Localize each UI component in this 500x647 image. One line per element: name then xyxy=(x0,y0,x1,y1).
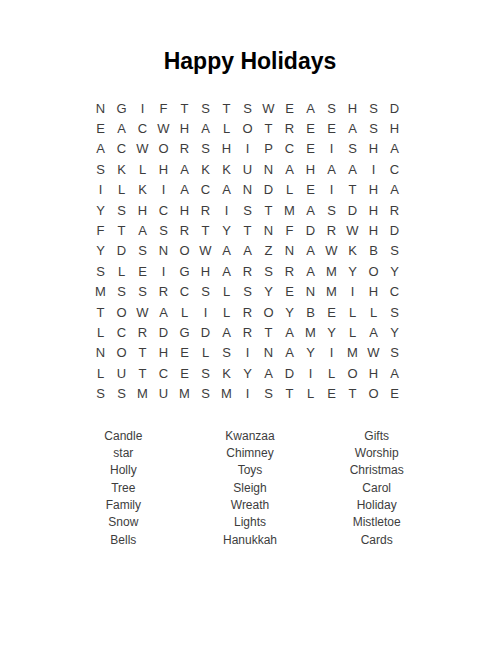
grid-cell-r4c15: C xyxy=(384,159,405,179)
grid-cell-r9c1: S xyxy=(90,261,111,281)
word-list-item: Holly xyxy=(60,462,187,479)
grid-cell-r7c6: T xyxy=(195,220,216,240)
grid-cell-r7c4: S xyxy=(153,220,174,240)
grid-cell-r11c9: O xyxy=(258,302,279,322)
grid-cell-r15c14: O xyxy=(363,383,384,403)
grid-cell-r11c7: L xyxy=(216,302,237,322)
grid-cell-r2c13: A xyxy=(342,118,363,138)
grid-cell-r3c6: S xyxy=(195,139,216,159)
grid-cell-r13c6: L xyxy=(195,343,216,363)
grid-cell-r3c8: I xyxy=(237,139,258,159)
grid-cell-r8c8: A xyxy=(237,241,258,261)
grid-cell-r6c12: S xyxy=(321,200,342,220)
grid-cell-r8c3: S xyxy=(132,241,153,261)
grid-cell-r7c5: R xyxy=(174,220,195,240)
grid-cell-r6c2: S xyxy=(111,200,132,220)
grid-cell-r11c4: A xyxy=(153,302,174,322)
grid-cell-r14c6: S xyxy=(195,363,216,383)
word-list-item: Toys xyxy=(187,462,314,479)
grid-cell-r14c1: L xyxy=(90,363,111,383)
grid-cell-r1c15: D xyxy=(384,98,405,118)
grid-cell-r10c13: I xyxy=(342,282,363,302)
grid-cell-r9c8: R xyxy=(237,261,258,281)
grid-cell-r15c7: M xyxy=(216,383,237,403)
grid-cell-r9c6: H xyxy=(195,261,216,281)
grid-cell-r12c3: R xyxy=(132,322,153,342)
grid-cell-r4c4: H xyxy=(153,159,174,179)
grid-cell-r7c7: Y xyxy=(216,220,237,240)
grid-cell-r2c5: H xyxy=(174,118,195,138)
grid-cell-r2c9: T xyxy=(258,118,279,138)
word-list-item: Chimney xyxy=(187,445,314,462)
grid-cell-r7c1: F xyxy=(90,220,111,240)
grid-cell-r1c13: H xyxy=(342,98,363,118)
grid-cell-r3c12: I xyxy=(321,139,342,159)
grid-cell-r5c10: L xyxy=(279,180,300,200)
word-list-item: Gifts xyxy=(313,428,440,445)
grid-cell-r15c6: S xyxy=(195,383,216,403)
grid-cell-r6c1: Y xyxy=(90,200,111,220)
grid-cell-r4c1: S xyxy=(90,159,111,179)
grid-cell-r11c5: L xyxy=(174,302,195,322)
grid-cell-r13c2: O xyxy=(111,343,132,363)
grid-cell-r3c13: S xyxy=(342,139,363,159)
grid-cell-r8c12: W xyxy=(321,241,342,261)
grid-cell-r13c11: Y xyxy=(300,343,321,363)
grid-cell-r15c9: S xyxy=(258,383,279,403)
grid-cell-r1c1: N xyxy=(90,98,111,118)
grid-cell-r2c14: S xyxy=(363,118,384,138)
grid-cell-r2c7: L xyxy=(216,118,237,138)
grid-cell-r8c5: O xyxy=(174,241,195,261)
grid-cell-r12c9: T xyxy=(258,322,279,342)
grid-cell-r6c6: R xyxy=(195,200,216,220)
grid-cell-r9c5: G xyxy=(174,261,195,281)
grid-cell-r12c10: A xyxy=(279,322,300,342)
grid-cell-r6c3: H xyxy=(132,200,153,220)
grid-cell-r9c15: Y xyxy=(384,261,405,281)
grid-cell-r10c14: H xyxy=(363,282,384,302)
grid-cell-r1c3: I xyxy=(132,98,153,118)
word-list-item: Hanukkah xyxy=(187,532,314,549)
grid-cell-r9c2: L xyxy=(111,261,132,281)
grid-cell-r14c10: D xyxy=(279,363,300,383)
grid-cell-r5c3: K xyxy=(132,180,153,200)
word-list-item: Christmas xyxy=(313,462,440,479)
grid-cell-r12c2: C xyxy=(111,322,132,342)
grid-cell-r14c8: Y xyxy=(237,363,258,383)
grid-cell-r7c8: T xyxy=(237,220,258,240)
word-list-item: Carol xyxy=(313,480,440,497)
grid-cell-r8c13: K xyxy=(342,241,363,261)
grid-cell-r6c15: R xyxy=(384,200,405,220)
grid-cell-r13c10: A xyxy=(279,343,300,363)
grid-cell-r11c15: S xyxy=(384,302,405,322)
word-list-item: star xyxy=(60,445,187,462)
grid-cell-r14c13: O xyxy=(342,363,363,383)
grid-cell-r9c14: O xyxy=(363,261,384,281)
word-list-item: Lights xyxy=(187,514,314,531)
grid-cell-r4c6: K xyxy=(195,159,216,179)
grid-cell-r8c14: B xyxy=(363,241,384,261)
grid-cell-r3c5: R xyxy=(174,139,195,159)
grid-cell-r12c5: G xyxy=(174,322,195,342)
grid-cell-r5c12: I xyxy=(321,180,342,200)
grid-cell-r13c1: N xyxy=(90,343,111,363)
grid-cell-r15c11: L xyxy=(300,383,321,403)
grid-cell-r12c6: D xyxy=(195,322,216,342)
grid-cell-r15c4: U xyxy=(153,383,174,403)
grid-cell-r14c15: A xyxy=(384,363,405,383)
grid-cell-r11c13: L xyxy=(342,302,363,322)
grid-cell-r8c9: Z xyxy=(258,241,279,261)
grid-cell-r3c1: A xyxy=(90,139,111,159)
grid-cell-r1c6: S xyxy=(195,98,216,118)
grid-cell-r5c6: C xyxy=(195,180,216,200)
grid-cell-r15c12: E xyxy=(321,383,342,403)
grid-cell-r12c13: L xyxy=(342,322,363,342)
grid-cell-r1c12: S xyxy=(321,98,342,118)
grid-cell-r8c4: N xyxy=(153,241,174,261)
grid-cell-r5c15: A xyxy=(384,180,405,200)
word-list-item: Tree xyxy=(60,480,187,497)
grid-cell-r5c14: H xyxy=(363,180,384,200)
grid-cell-r11c14: L xyxy=(363,302,384,322)
grid-cell-r2c2: A xyxy=(111,118,132,138)
grid-cell-r11c6: I xyxy=(195,302,216,322)
grid-cell-r10c1: M xyxy=(90,282,111,302)
word-list-column-2: KwanzaaChimneyToysSleighWreathLightsHanu… xyxy=(187,428,314,549)
grid-cell-r10c6: S xyxy=(195,282,216,302)
grid-cell-r7c9: N xyxy=(258,220,279,240)
grid-cell-r11c2: O xyxy=(111,302,132,322)
grid-cell-r7c12: R xyxy=(321,220,342,240)
word-search-grid: NGIFTSTSWEASHSDEACWHALOTREEASHACWORSHIPC… xyxy=(90,98,405,404)
grid-cell-r11c12: E xyxy=(321,302,342,322)
grid-cell-r14c12: L xyxy=(321,363,342,383)
grid-cell-r1c4: F xyxy=(153,98,174,118)
grid-cell-r10c10: E xyxy=(279,282,300,302)
grid-cell-r10c7: L xyxy=(216,282,237,302)
grid-cell-r2c8: O xyxy=(237,118,258,138)
grid-cell-r14c3: T xyxy=(132,363,153,383)
grid-cell-r4c3: L xyxy=(132,159,153,179)
grid-cell-r9c11: A xyxy=(300,261,321,281)
grid-cell-r4c2: K xyxy=(111,159,132,179)
word-list-item: Wreath xyxy=(187,497,314,514)
grid-cell-r12c7: A xyxy=(216,322,237,342)
grid-cell-r7c10: F xyxy=(279,220,300,240)
grid-cell-r1c7: T xyxy=(216,98,237,118)
grid-cell-r15c3: M xyxy=(132,383,153,403)
grid-cell-r11c3: W xyxy=(132,302,153,322)
grid-cell-r9c9: S xyxy=(258,261,279,281)
grid-cell-r9c3: E xyxy=(132,261,153,281)
grid-cell-r5c2: L xyxy=(111,180,132,200)
worksheet-page: Happy Holidays NGIFTSTSWEASHSDEACWHALOTR… xyxy=(0,0,500,647)
grid-cell-r6c7: I xyxy=(216,200,237,220)
grid-cell-r6c4: C xyxy=(153,200,174,220)
grid-cell-r1c14: S xyxy=(363,98,384,118)
grid-cell-r14c5: E xyxy=(174,363,195,383)
grid-cell-r5c13: T xyxy=(342,180,363,200)
grid-cell-r5c1: I xyxy=(90,180,111,200)
grid-cell-r4c5: A xyxy=(174,159,195,179)
grid-cell-r8c2: D xyxy=(111,241,132,261)
grid-cell-r10c15: C xyxy=(384,282,405,302)
grid-cell-r11c1: T xyxy=(90,302,111,322)
grid-cell-r3c7: H xyxy=(216,139,237,159)
grid-cell-r8c15: S xyxy=(384,241,405,261)
grid-cell-r14c9: A xyxy=(258,363,279,383)
grid-cell-r3c15: A xyxy=(384,139,405,159)
grid-cell-r1c2: G xyxy=(111,98,132,118)
grid-cell-r12c1: L xyxy=(90,322,111,342)
word-list-item: Bells xyxy=(60,532,187,549)
grid-cell-r7c2: T xyxy=(111,220,132,240)
grid-cell-r6c9: T xyxy=(258,200,279,220)
grid-cell-r11c8: R xyxy=(237,302,258,322)
grid-cell-r2c1: E xyxy=(90,118,111,138)
grid-cell-r4c9: N xyxy=(258,159,279,179)
word-list-item: Holiday xyxy=(313,497,440,514)
grid-cell-r4c7: K xyxy=(216,159,237,179)
grid-cell-r6c10: M xyxy=(279,200,300,220)
grid-cell-r5c9: D xyxy=(258,180,279,200)
grid-cell-r10c4: R xyxy=(153,282,174,302)
grid-cell-r13c7: S xyxy=(216,343,237,363)
grid-cell-r8c7: A xyxy=(216,241,237,261)
word-list-item: Candle xyxy=(60,428,187,445)
grid-cell-r14c11: I xyxy=(300,363,321,383)
grid-cell-r14c7: K xyxy=(216,363,237,383)
grid-cell-r15c8: I xyxy=(237,383,258,403)
word-list-column-1: CandlestarHollyTreeFamilySnowBells xyxy=(60,428,187,549)
grid-cell-r1c10: E xyxy=(279,98,300,118)
grid-cell-r10c8: S xyxy=(237,282,258,302)
grid-cell-r13c14: W xyxy=(363,343,384,363)
grid-cell-r1c8: S xyxy=(237,98,258,118)
grid-cell-r8c10: N xyxy=(279,241,300,261)
grid-cell-r6c8: S xyxy=(237,200,258,220)
grid-cell-r6c14: H xyxy=(363,200,384,220)
grid-cell-r3c9: P xyxy=(258,139,279,159)
grid-cell-r14c2: U xyxy=(111,363,132,383)
word-list-item: Kwanzaa xyxy=(187,428,314,445)
grid-cell-r4c13: A xyxy=(342,159,363,179)
grid-cell-r10c3: S xyxy=(132,282,153,302)
grid-cell-r5c5: A xyxy=(174,180,195,200)
grid-cell-r3c4: O xyxy=(153,139,174,159)
grid-cell-r9c10: R xyxy=(279,261,300,281)
grid-cell-r12c14: A xyxy=(363,322,384,342)
grid-cell-r4c12: A xyxy=(321,159,342,179)
grid-cell-r9c7: A xyxy=(216,261,237,281)
grid-cell-r11c11: B xyxy=(300,302,321,322)
grid-cell-r12c4: D xyxy=(153,322,174,342)
grid-cell-r14c14: H xyxy=(363,363,384,383)
grid-cell-r8c11: A xyxy=(300,241,321,261)
grid-cell-r10c5: C xyxy=(174,282,195,302)
grid-cell-r2c4: W xyxy=(153,118,174,138)
grid-cell-r12c12: Y xyxy=(321,322,342,342)
grid-cell-r7c3: A xyxy=(132,220,153,240)
grid-cell-r15c15: E xyxy=(384,383,405,403)
grid-cell-r7c13: W xyxy=(342,220,363,240)
grid-cell-r13c4: H xyxy=(153,343,174,363)
grid-cell-r1c9: W xyxy=(258,98,279,118)
grid-cell-r2c10: R xyxy=(279,118,300,138)
grid-cell-r13c9: N xyxy=(258,343,279,363)
grid-cell-r6c11: A xyxy=(300,200,321,220)
grid-cell-r13c15: S xyxy=(384,343,405,363)
grid-cell-r8c6: W xyxy=(195,241,216,261)
grid-cell-r2c6: A xyxy=(195,118,216,138)
grid-cell-r3c3: W xyxy=(132,139,153,159)
grid-cell-r5c7: A xyxy=(216,180,237,200)
word-list: CandlestarHollyTreeFamilySnowBellsKwanza… xyxy=(60,428,440,549)
grid-cell-r2c11: E xyxy=(300,118,321,138)
grid-cell-r7c11: D xyxy=(300,220,321,240)
grid-cell-r9c13: Y xyxy=(342,261,363,281)
word-list-item: Mistletoe xyxy=(313,514,440,531)
grid-cell-r6c5: H xyxy=(174,200,195,220)
grid-cell-r9c12: M xyxy=(321,261,342,281)
grid-cell-r4c8: U xyxy=(237,159,258,179)
grid-cell-r4c14: I xyxy=(363,159,384,179)
grid-cell-r5c11: E xyxy=(300,180,321,200)
grid-cell-r13c13: M xyxy=(342,343,363,363)
word-list-item: Snow xyxy=(60,514,187,531)
grid-cell-r1c5: T xyxy=(174,98,195,118)
grid-cell-r15c5: M xyxy=(174,383,195,403)
grid-cell-r3c11: E xyxy=(300,139,321,159)
grid-cell-r4c11: H xyxy=(300,159,321,179)
grid-cell-r2c3: C xyxy=(132,118,153,138)
grid-cell-r12c8: R xyxy=(237,322,258,342)
grid-cell-r10c9: Y xyxy=(258,282,279,302)
grid-cell-r14c4: C xyxy=(153,363,174,383)
grid-cell-r5c4: I xyxy=(153,180,174,200)
grid-cell-r3c2: C xyxy=(111,139,132,159)
grid-cell-r3c10: C xyxy=(279,139,300,159)
grid-cell-r15c10: T xyxy=(279,383,300,403)
grid-cell-r12c11: M xyxy=(300,322,321,342)
grid-cell-r12c15: Y xyxy=(384,322,405,342)
grid-cell-r8c1: Y xyxy=(90,241,111,261)
grid-cell-r13c8: I xyxy=(237,343,258,363)
word-list-item: Cards xyxy=(313,532,440,549)
grid-cell-r10c12: M xyxy=(321,282,342,302)
grid-cell-r6c13: D xyxy=(342,200,363,220)
grid-cell-r7c15: D xyxy=(384,220,405,240)
grid-cell-r10c11: N xyxy=(300,282,321,302)
grid-cell-r9c4: I xyxy=(153,261,174,281)
grid-cell-r15c2: S xyxy=(111,383,132,403)
grid-cell-r11c10: Y xyxy=(279,302,300,322)
grid-cell-r7c14: H xyxy=(363,220,384,240)
word-list-item: Sleigh xyxy=(187,480,314,497)
puzzle-title: Happy Holidays xyxy=(0,0,500,75)
word-list-item: Worship xyxy=(313,445,440,462)
grid-cell-r15c1: S xyxy=(90,383,111,403)
grid-cell-r10c2: S xyxy=(111,282,132,302)
grid-cell-r15c13: T xyxy=(342,383,363,403)
grid-cell-r3c14: H xyxy=(363,139,384,159)
grid-cell-r4c10: A xyxy=(279,159,300,179)
word-list-item: Family xyxy=(60,497,187,514)
grid-cell-r13c12: I xyxy=(321,343,342,363)
grid-cell-r5c8: N xyxy=(237,180,258,200)
grid-cell-r2c15: H xyxy=(384,118,405,138)
word-list-column-3: GiftsWorshipChristmasCarolHolidayMistlet… xyxy=(313,428,440,549)
grid-cell-r2c12: E xyxy=(321,118,342,138)
grid-cell-r13c3: T xyxy=(132,343,153,363)
grid-cell-r13c5: E xyxy=(174,343,195,363)
grid-cell-r1c11: A xyxy=(300,98,321,118)
